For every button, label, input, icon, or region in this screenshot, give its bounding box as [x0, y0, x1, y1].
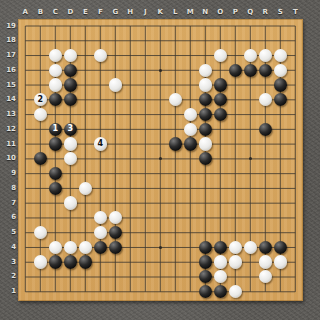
- intersection-S15[interactable]: [273, 78, 288, 93]
- intersection-K12[interactable]: [153, 122, 168, 137]
- intersection-L11[interactable]: [168, 137, 183, 152]
- intersection-L19[interactable]: [168, 19, 183, 34]
- intersection-G5[interactable]: [108, 225, 123, 240]
- intersection-E18[interactable]: [78, 33, 93, 48]
- intersection-T3[interactable]: [288, 255, 303, 270]
- intersection-B9[interactable]: [33, 166, 48, 181]
- intersection-J2[interactable]: [138, 269, 153, 284]
- intersection-R12[interactable]: [258, 122, 273, 137]
- intersection-P14[interactable]: [228, 92, 243, 107]
- intersection-K16[interactable]: [153, 63, 168, 78]
- intersection-H1[interactable]: [123, 284, 138, 299]
- intersection-O1[interactable]: [213, 284, 228, 299]
- intersection-A16[interactable]: [18, 63, 33, 78]
- intersection-J5[interactable]: [138, 225, 153, 240]
- intersection-M13[interactable]: [183, 107, 198, 122]
- intersection-E16[interactable]: [78, 63, 93, 78]
- intersection-A1[interactable]: [18, 284, 33, 299]
- intersection-S17[interactable]: [273, 48, 288, 63]
- intersection-F18[interactable]: [93, 33, 108, 48]
- intersection-O12[interactable]: [213, 122, 228, 137]
- intersection-F3[interactable]: [93, 255, 108, 270]
- intersection-T8[interactable]: [288, 181, 303, 196]
- intersection-C13[interactable]: [48, 107, 63, 122]
- intersection-T9[interactable]: [288, 166, 303, 181]
- intersection-T1[interactable]: [288, 284, 303, 299]
- intersection-O13[interactable]: [213, 107, 228, 122]
- intersection-E19[interactable]: [78, 19, 93, 34]
- intersection-K11[interactable]: [153, 137, 168, 152]
- intersection-P10[interactable]: [228, 151, 243, 166]
- intersection-S14[interactable]: [273, 92, 288, 107]
- intersection-K3[interactable]: [153, 255, 168, 270]
- intersection-A17[interactable]: [18, 48, 33, 63]
- intersection-K1[interactable]: [153, 284, 168, 299]
- intersection-H12[interactable]: [123, 122, 138, 137]
- intersection-A14[interactable]: [18, 92, 33, 107]
- intersection-P19[interactable]: [228, 19, 243, 34]
- intersection-G13[interactable]: [108, 107, 123, 122]
- intersection-S3[interactable]: [273, 255, 288, 270]
- intersection-J15[interactable]: [138, 78, 153, 93]
- intersection-P4[interactable]: [228, 240, 243, 255]
- intersection-M5[interactable]: [183, 225, 198, 240]
- intersection-P6[interactable]: [228, 210, 243, 225]
- intersection-B10[interactable]: [33, 151, 48, 166]
- intersection-F2[interactable]: [93, 269, 108, 284]
- intersection-Q9[interactable]: [243, 166, 258, 181]
- intersection-N9[interactable]: [198, 166, 213, 181]
- intersection-S7[interactable]: [273, 196, 288, 211]
- intersection-E8[interactable]: [78, 181, 93, 196]
- intersection-E10[interactable]: [78, 151, 93, 166]
- intersection-C4[interactable]: [48, 240, 63, 255]
- intersection-H5[interactable]: [123, 225, 138, 240]
- intersection-M19[interactable]: [183, 19, 198, 34]
- intersection-E4[interactable]: [78, 240, 93, 255]
- intersection-Q10[interactable]: [243, 151, 258, 166]
- intersection-N18[interactable]: [198, 33, 213, 48]
- intersection-Q19[interactable]: [243, 19, 258, 34]
- intersection-S2[interactable]: [273, 269, 288, 284]
- intersection-H6[interactable]: [123, 210, 138, 225]
- intersection-C6[interactable]: [48, 210, 63, 225]
- intersection-N7[interactable]: [198, 196, 213, 211]
- intersection-N2[interactable]: [198, 269, 213, 284]
- intersection-P13[interactable]: [228, 107, 243, 122]
- intersection-T19[interactable]: [288, 19, 303, 34]
- intersection-O15[interactable]: [213, 78, 228, 93]
- intersection-O8[interactable]: [213, 181, 228, 196]
- intersection-L10[interactable]: [168, 151, 183, 166]
- intersection-O4[interactable]: [213, 240, 228, 255]
- intersection-F1[interactable]: [93, 284, 108, 299]
- intersection-E5[interactable]: [78, 225, 93, 240]
- intersection-K13[interactable]: [153, 107, 168, 122]
- intersection-J19[interactable]: [138, 19, 153, 34]
- intersection-P8[interactable]: [228, 181, 243, 196]
- intersection-L14[interactable]: [168, 92, 183, 107]
- intersection-M6[interactable]: [183, 210, 198, 225]
- intersection-K18[interactable]: [153, 33, 168, 48]
- intersection-O5[interactable]: [213, 225, 228, 240]
- intersection-Q14[interactable]: [243, 92, 258, 107]
- intersection-H4[interactable]: [123, 240, 138, 255]
- intersection-A8[interactable]: [18, 181, 33, 196]
- intersection-O7[interactable]: [213, 196, 228, 211]
- intersection-K9[interactable]: [153, 166, 168, 181]
- intersection-F5[interactable]: [93, 225, 108, 240]
- intersection-R1[interactable]: [258, 284, 273, 299]
- intersection-R16[interactable]: [258, 63, 273, 78]
- intersection-T15[interactable]: [288, 78, 303, 93]
- intersection-D1[interactable]: [63, 284, 78, 299]
- intersection-Q7[interactable]: [243, 196, 258, 211]
- intersection-K5[interactable]: [153, 225, 168, 240]
- intersection-T6[interactable]: [288, 210, 303, 225]
- intersection-E11[interactable]: [78, 137, 93, 152]
- intersection-D7[interactable]: [63, 196, 78, 211]
- intersection-J11[interactable]: [138, 137, 153, 152]
- intersection-N8[interactable]: [198, 181, 213, 196]
- intersection-Q17[interactable]: [243, 48, 258, 63]
- intersection-B19[interactable]: [33, 19, 48, 34]
- intersection-D17[interactable]: [63, 48, 78, 63]
- intersection-F7[interactable]: [93, 196, 108, 211]
- intersection-M12[interactable]: [183, 122, 198, 137]
- intersection-B13[interactable]: [33, 107, 48, 122]
- intersection-M8[interactable]: [183, 181, 198, 196]
- intersection-K10[interactable]: [153, 151, 168, 166]
- intersection-G1[interactable]: [108, 284, 123, 299]
- intersection-M7[interactable]: [183, 196, 198, 211]
- intersection-Q1[interactable]: [243, 284, 258, 299]
- intersection-B6[interactable]: [33, 210, 48, 225]
- intersection-J14[interactable]: [138, 92, 153, 107]
- intersection-R6[interactable]: [258, 210, 273, 225]
- intersection-J7[interactable]: [138, 196, 153, 211]
- intersection-N15[interactable]: [198, 78, 213, 93]
- intersection-C10[interactable]: [48, 151, 63, 166]
- intersection-L17[interactable]: [168, 48, 183, 63]
- intersection-A10[interactable]: [18, 151, 33, 166]
- intersection-Q11[interactable]: [243, 137, 258, 152]
- intersection-J3[interactable]: [138, 255, 153, 270]
- intersection-E14[interactable]: [78, 92, 93, 107]
- intersection-D18[interactable]: [63, 33, 78, 48]
- intersection-O19[interactable]: [213, 19, 228, 34]
- intersection-C15[interactable]: [48, 78, 63, 93]
- intersection-D8[interactable]: [63, 181, 78, 196]
- intersection-D12[interactable]: 3: [63, 122, 78, 137]
- intersection-Q18[interactable]: [243, 33, 258, 48]
- intersection-A18[interactable]: [18, 33, 33, 48]
- intersection-H15[interactable]: [123, 78, 138, 93]
- intersection-B5[interactable]: [33, 225, 48, 240]
- intersection-H16[interactable]: [123, 63, 138, 78]
- intersection-G12[interactable]: [108, 122, 123, 137]
- intersection-J1[interactable]: [138, 284, 153, 299]
- intersection-F11[interactable]: 4: [93, 137, 108, 152]
- intersection-L2[interactable]: [168, 269, 183, 284]
- intersection-M18[interactable]: [183, 33, 198, 48]
- intersection-C14[interactable]: [48, 92, 63, 107]
- intersection-E2[interactable]: [78, 269, 93, 284]
- intersection-S6[interactable]: [273, 210, 288, 225]
- intersection-G14[interactable]: [108, 92, 123, 107]
- intersection-F13[interactable]: [93, 107, 108, 122]
- intersection-R9[interactable]: [258, 166, 273, 181]
- intersection-D10[interactable]: [63, 151, 78, 166]
- intersection-A5[interactable]: [18, 225, 33, 240]
- intersection-G16[interactable]: [108, 63, 123, 78]
- intersection-P12[interactable]: [228, 122, 243, 137]
- intersection-N17[interactable]: [198, 48, 213, 63]
- intersection-B14[interactable]: 2: [33, 92, 48, 107]
- intersection-K14[interactable]: [153, 92, 168, 107]
- intersection-J8[interactable]: [138, 181, 153, 196]
- intersection-F9[interactable]: [93, 166, 108, 181]
- intersection-Q15[interactable]: [243, 78, 258, 93]
- intersection-H7[interactable]: [123, 196, 138, 211]
- intersection-E9[interactable]: [78, 166, 93, 181]
- intersection-O9[interactable]: [213, 166, 228, 181]
- intersection-G8[interactable]: [108, 181, 123, 196]
- intersection-T11[interactable]: [288, 137, 303, 152]
- intersection-M15[interactable]: [183, 78, 198, 93]
- intersection-P7[interactable]: [228, 196, 243, 211]
- intersection-F14[interactable]: [93, 92, 108, 107]
- intersection-R10[interactable]: [258, 151, 273, 166]
- intersection-M14[interactable]: [183, 92, 198, 107]
- intersection-A12[interactable]: [18, 122, 33, 137]
- intersection-D3[interactable]: [63, 255, 78, 270]
- intersection-M1[interactable]: [183, 284, 198, 299]
- intersection-G6[interactable]: [108, 210, 123, 225]
- intersection-L8[interactable]: [168, 181, 183, 196]
- intersection-K2[interactable]: [153, 269, 168, 284]
- intersection-G9[interactable]: [108, 166, 123, 181]
- intersection-J12[interactable]: [138, 122, 153, 137]
- intersection-M10[interactable]: [183, 151, 198, 166]
- intersection-R15[interactable]: [258, 78, 273, 93]
- intersection-G4[interactable]: [108, 240, 123, 255]
- intersection-T12[interactable]: [288, 122, 303, 137]
- intersection-D16[interactable]: [63, 63, 78, 78]
- intersection-B15[interactable]: [33, 78, 48, 93]
- intersection-D14[interactable]: [63, 92, 78, 107]
- intersection-G18[interactable]: [108, 33, 123, 48]
- intersection-H14[interactable]: [123, 92, 138, 107]
- intersection-C19[interactable]: [48, 19, 63, 34]
- intersection-E1[interactable]: [78, 284, 93, 299]
- intersection-S13[interactable]: [273, 107, 288, 122]
- intersection-G19[interactable]: [108, 19, 123, 34]
- intersection-S12[interactable]: [273, 122, 288, 137]
- intersection-F19[interactable]: [93, 19, 108, 34]
- intersection-D5[interactable]: [63, 225, 78, 240]
- intersection-O18[interactable]: [213, 33, 228, 48]
- intersection-L1[interactable]: [168, 284, 183, 299]
- intersection-F16[interactable]: [93, 63, 108, 78]
- intersection-J16[interactable]: [138, 63, 153, 78]
- intersection-A6[interactable]: [18, 210, 33, 225]
- intersection-P16[interactable]: [228, 63, 243, 78]
- intersection-L7[interactable]: [168, 196, 183, 211]
- intersection-S8[interactable]: [273, 181, 288, 196]
- intersection-H18[interactable]: [123, 33, 138, 48]
- intersection-S10[interactable]: [273, 151, 288, 166]
- intersection-L18[interactable]: [168, 33, 183, 48]
- intersection-N6[interactable]: [198, 210, 213, 225]
- intersection-A3[interactable]: [18, 255, 33, 270]
- intersection-G11[interactable]: [108, 137, 123, 152]
- intersection-E3[interactable]: [78, 255, 93, 270]
- intersection-Q6[interactable]: [243, 210, 258, 225]
- intersection-J10[interactable]: [138, 151, 153, 166]
- intersection-P5[interactable]: [228, 225, 243, 240]
- intersection-L3[interactable]: [168, 255, 183, 270]
- intersection-S1[interactable]: [273, 284, 288, 299]
- intersection-A15[interactable]: [18, 78, 33, 93]
- intersection-A13[interactable]: [18, 107, 33, 122]
- intersection-Q4[interactable]: [243, 240, 258, 255]
- intersection-C5[interactable]: [48, 225, 63, 240]
- intersection-G2[interactable]: [108, 269, 123, 284]
- intersection-L9[interactable]: [168, 166, 183, 181]
- intersection-B11[interactable]: [33, 137, 48, 152]
- intersection-H17[interactable]: [123, 48, 138, 63]
- intersection-M11[interactable]: [183, 137, 198, 152]
- intersection-L6[interactable]: [168, 210, 183, 225]
- intersection-F4[interactable]: [93, 240, 108, 255]
- intersection-N4[interactable]: [198, 240, 213, 255]
- intersection-T7[interactable]: [288, 196, 303, 211]
- intersection-Q3[interactable]: [243, 255, 258, 270]
- intersection-B7[interactable]: [33, 196, 48, 211]
- intersection-D4[interactable]: [63, 240, 78, 255]
- intersection-N13[interactable]: [198, 107, 213, 122]
- intersection-K17[interactable]: [153, 48, 168, 63]
- intersection-G3[interactable]: [108, 255, 123, 270]
- intersection-S5[interactable]: [273, 225, 288, 240]
- intersection-K15[interactable]: [153, 78, 168, 93]
- intersection-F15[interactable]: [93, 78, 108, 93]
- intersection-H3[interactable]: [123, 255, 138, 270]
- intersection-L12[interactable]: [168, 122, 183, 137]
- intersection-H8[interactable]: [123, 181, 138, 196]
- intersection-T5[interactable]: [288, 225, 303, 240]
- intersection-Q2[interactable]: [243, 269, 258, 284]
- intersection-G17[interactable]: [108, 48, 123, 63]
- intersection-N16[interactable]: [198, 63, 213, 78]
- intersection-E13[interactable]: [78, 107, 93, 122]
- intersection-H10[interactable]: [123, 151, 138, 166]
- intersection-N19[interactable]: [198, 19, 213, 34]
- intersection-T13[interactable]: [288, 107, 303, 122]
- intersection-R19[interactable]: [258, 19, 273, 34]
- intersection-K4[interactable]: [153, 240, 168, 255]
- intersection-O16[interactable]: [213, 63, 228, 78]
- intersection-N12[interactable]: [198, 122, 213, 137]
- intersection-H11[interactable]: [123, 137, 138, 152]
- intersection-D13[interactable]: [63, 107, 78, 122]
- intersection-A19[interactable]: [18, 19, 33, 34]
- intersection-D11[interactable]: [63, 137, 78, 152]
- intersection-T4[interactable]: [288, 240, 303, 255]
- intersection-N1[interactable]: [198, 284, 213, 299]
- intersection-R13[interactable]: [258, 107, 273, 122]
- intersection-E17[interactable]: [78, 48, 93, 63]
- intersection-L16[interactable]: [168, 63, 183, 78]
- intersection-N11[interactable]: [198, 137, 213, 152]
- intersection-N10[interactable]: [198, 151, 213, 166]
- intersection-Q8[interactable]: [243, 181, 258, 196]
- intersection-C9[interactable]: [48, 166, 63, 181]
- intersection-K19[interactable]: [153, 19, 168, 34]
- intersection-P1[interactable]: [228, 284, 243, 299]
- intersection-C3[interactable]: [48, 255, 63, 270]
- intersection-P17[interactable]: [228, 48, 243, 63]
- intersection-R11[interactable]: [258, 137, 273, 152]
- intersection-A4[interactable]: [18, 240, 33, 255]
- intersection-T2[interactable]: [288, 269, 303, 284]
- intersection-M9[interactable]: [183, 166, 198, 181]
- intersection-C1[interactable]: [48, 284, 63, 299]
- intersection-J13[interactable]: [138, 107, 153, 122]
- intersection-C2[interactable]: [48, 269, 63, 284]
- intersection-R18[interactable]: [258, 33, 273, 48]
- intersection-F12[interactable]: [93, 122, 108, 137]
- intersection-L13[interactable]: [168, 107, 183, 122]
- intersection-O6[interactable]: [213, 210, 228, 225]
- intersection-D19[interactable]: [63, 19, 78, 34]
- intersection-H13[interactable]: [123, 107, 138, 122]
- intersection-D9[interactable]: [63, 166, 78, 181]
- intersection-K6[interactable]: [153, 210, 168, 225]
- intersection-C7[interactable]: [48, 196, 63, 211]
- intersection-R3[interactable]: [258, 255, 273, 270]
- intersection-T16[interactable]: [288, 63, 303, 78]
- intersection-C12[interactable]: 1: [48, 122, 63, 137]
- intersection-G7[interactable]: [108, 196, 123, 211]
- intersection-M3[interactable]: [183, 255, 198, 270]
- intersection-P15[interactable]: [228, 78, 243, 93]
- intersection-K7[interactable]: [153, 196, 168, 211]
- intersection-O17[interactable]: [213, 48, 228, 63]
- intersection-Q12[interactable]: [243, 122, 258, 137]
- intersection-B18[interactable]: [33, 33, 48, 48]
- intersection-G10[interactable]: [108, 151, 123, 166]
- intersection-D6[interactable]: [63, 210, 78, 225]
- intersection-P9[interactable]: [228, 166, 243, 181]
- intersection-R14[interactable]: [258, 92, 273, 107]
- intersection-T10[interactable]: [288, 151, 303, 166]
- intersection-L5[interactable]: [168, 225, 183, 240]
- intersection-H9[interactable]: [123, 166, 138, 181]
- intersection-C16[interactable]: [48, 63, 63, 78]
- intersection-O11[interactable]: [213, 137, 228, 152]
- intersection-J4[interactable]: [138, 240, 153, 255]
- intersection-O3[interactable]: [213, 255, 228, 270]
- intersection-E12[interactable]: [78, 122, 93, 137]
- intersection-R2[interactable]: [258, 269, 273, 284]
- intersection-A2[interactable]: [18, 269, 33, 284]
- intersection-E6[interactable]: [78, 210, 93, 225]
- intersection-P2[interactable]: [228, 269, 243, 284]
- intersection-T18[interactable]: [288, 33, 303, 48]
- intersection-B16[interactable]: [33, 63, 48, 78]
